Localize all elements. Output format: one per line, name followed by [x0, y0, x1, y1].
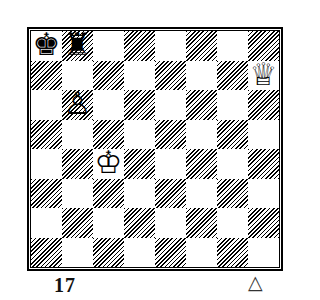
square-a8[interactable]: ♚ — [31, 31, 62, 61]
square-g7[interactable] — [217, 61, 248, 91]
square-e2[interactable] — [155, 208, 186, 238]
square-b2[interactable] — [62, 208, 93, 238]
square-c8[interactable] — [93, 31, 124, 61]
square-d3[interactable] — [124, 179, 155, 209]
square-c7[interactable] — [93, 61, 124, 91]
square-h7[interactable]: ♕ — [248, 61, 279, 91]
white-king-piece: ♔ — [95, 147, 123, 178]
square-f3[interactable] — [186, 179, 217, 209]
square-h8[interactable] — [248, 31, 279, 61]
square-d8[interactable] — [124, 31, 155, 61]
square-b6[interactable]: ♙ — [62, 90, 93, 120]
square-h5[interactable] — [248, 120, 279, 150]
chess-diagram: ♚♜♕♙♔ — [27, 27, 283, 271]
board-outer-border: ♚♜♕♙♔ — [27, 27, 283, 271]
square-g1[interactable] — [217, 238, 248, 268]
square-d4[interactable] — [124, 149, 155, 179]
square-f5[interactable] — [186, 120, 217, 150]
square-e5[interactable] — [155, 120, 186, 150]
square-a5[interactable] — [31, 120, 62, 150]
square-e8[interactable] — [155, 31, 186, 61]
square-a6[interactable] — [31, 90, 62, 120]
square-g6[interactable] — [217, 90, 248, 120]
square-f6[interactable] — [186, 90, 217, 120]
square-a1[interactable] — [31, 238, 62, 268]
black-rook-piece: ♜ — [64, 29, 92, 60]
square-f4[interactable] — [186, 149, 217, 179]
square-f1[interactable] — [186, 238, 217, 268]
square-b1[interactable] — [62, 238, 93, 268]
chess-board: ♚♜♕♙♔ — [31, 31, 279, 267]
square-a4[interactable] — [31, 149, 62, 179]
square-a7[interactable] — [31, 61, 62, 91]
square-h3[interactable] — [248, 179, 279, 209]
square-c5[interactable] — [93, 120, 124, 150]
white-to-move-triangle-icon: △ — [248, 273, 263, 292]
square-b7[interactable] — [62, 61, 93, 91]
square-d6[interactable] — [124, 90, 155, 120]
square-c1[interactable] — [93, 238, 124, 268]
square-h4[interactable] — [248, 149, 279, 179]
square-a2[interactable] — [31, 208, 62, 238]
white-queen-piece: ♕ — [250, 59, 278, 90]
square-c6[interactable] — [93, 90, 124, 120]
square-d5[interactable] — [124, 120, 155, 150]
square-b3[interactable] — [62, 179, 93, 209]
square-e7[interactable] — [155, 61, 186, 91]
square-e4[interactable] — [155, 149, 186, 179]
square-e6[interactable] — [155, 90, 186, 120]
square-a3[interactable] — [31, 179, 62, 209]
square-f7[interactable] — [186, 61, 217, 91]
square-c4[interactable]: ♔ — [93, 149, 124, 179]
square-c2[interactable] — [93, 208, 124, 238]
white-pawn-piece: ♙ — [64, 88, 92, 119]
square-b8[interactable]: ♜ — [62, 31, 93, 61]
square-h1[interactable] — [248, 238, 279, 268]
square-h2[interactable] — [248, 208, 279, 238]
board-inner-border: ♚♜♕♙♔ — [30, 30, 280, 268]
square-g5[interactable] — [217, 120, 248, 150]
square-g4[interactable] — [217, 149, 248, 179]
square-d2[interactable] — [124, 208, 155, 238]
square-e3[interactable] — [155, 179, 186, 209]
diagram-number: 17 — [54, 274, 76, 297]
square-g2[interactable] — [217, 208, 248, 238]
square-d7[interactable] — [124, 61, 155, 91]
square-f2[interactable] — [186, 208, 217, 238]
square-b5[interactable] — [62, 120, 93, 150]
square-b4[interactable] — [62, 149, 93, 179]
black-king-piece: ♚ — [33, 29, 61, 60]
square-h6[interactable] — [248, 90, 279, 120]
square-g8[interactable] — [217, 31, 248, 61]
square-d1[interactable] — [124, 238, 155, 268]
square-g3[interactable] — [217, 179, 248, 209]
square-e1[interactable] — [155, 238, 186, 268]
square-c3[interactable] — [93, 179, 124, 209]
square-f8[interactable] — [186, 31, 217, 61]
